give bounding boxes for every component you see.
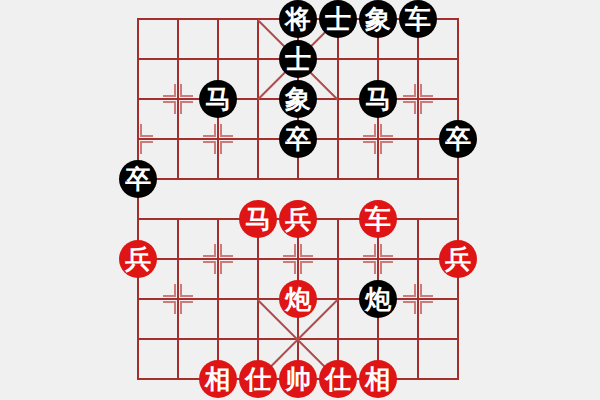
piece-red-elephant[interactable]: 相 <box>199 360 237 398</box>
piece-black-soldier[interactable]: 卒 <box>119 160 157 198</box>
piece-black-elephant[interactable]: 象 <box>359 0 397 38</box>
piece-red-advisor[interactable]: 仕 <box>319 360 357 398</box>
piece-black-horse[interactable]: 马 <box>199 80 237 118</box>
piece-red-soldier[interactable]: 兵 <box>439 240 477 278</box>
piece-black-elephant[interactable]: 象 <box>279 80 317 118</box>
piece-black-general[interactable]: 将 <box>279 0 317 38</box>
piece-red-advisor[interactable]: 仕 <box>239 360 277 398</box>
piece-black-advisor[interactable]: 士 <box>319 0 357 38</box>
board-grid: 将士象车士马象马卒卒卒马兵车兵兵炮炮相仕帅仕相 <box>118 0 478 399</box>
xiangqi-board: 将士象车士马象马卒卒卒马兵车兵兵炮炮相仕帅仕相 <box>118 0 478 399</box>
piece-black-cannon[interactable]: 炮 <box>359 280 397 318</box>
piece-red-soldier[interactable]: 兵 <box>119 240 157 278</box>
piece-red-cannon[interactable]: 炮 <box>279 280 317 318</box>
piece-red-general[interactable]: 帅 <box>279 360 317 398</box>
piece-red-chariot[interactable]: 车 <box>359 200 397 238</box>
piece-black-chariot[interactable]: 车 <box>399 0 437 38</box>
piece-black-advisor[interactable]: 士 <box>279 40 317 78</box>
piece-red-soldier[interactable]: 兵 <box>279 200 317 238</box>
piece-black-soldier[interactable]: 卒 <box>439 120 477 158</box>
piece-black-soldier[interactable]: 卒 <box>279 120 317 158</box>
piece-red-horse[interactable]: 马 <box>239 200 277 238</box>
piece-red-elephant[interactable]: 相 <box>359 360 397 398</box>
xiangqi-app: 将士象车士马象马卒卒卒马兵车兵兵炮炮相仕帅仕相 <box>0 0 600 400</box>
piece-black-horse[interactable]: 马 <box>359 80 397 118</box>
